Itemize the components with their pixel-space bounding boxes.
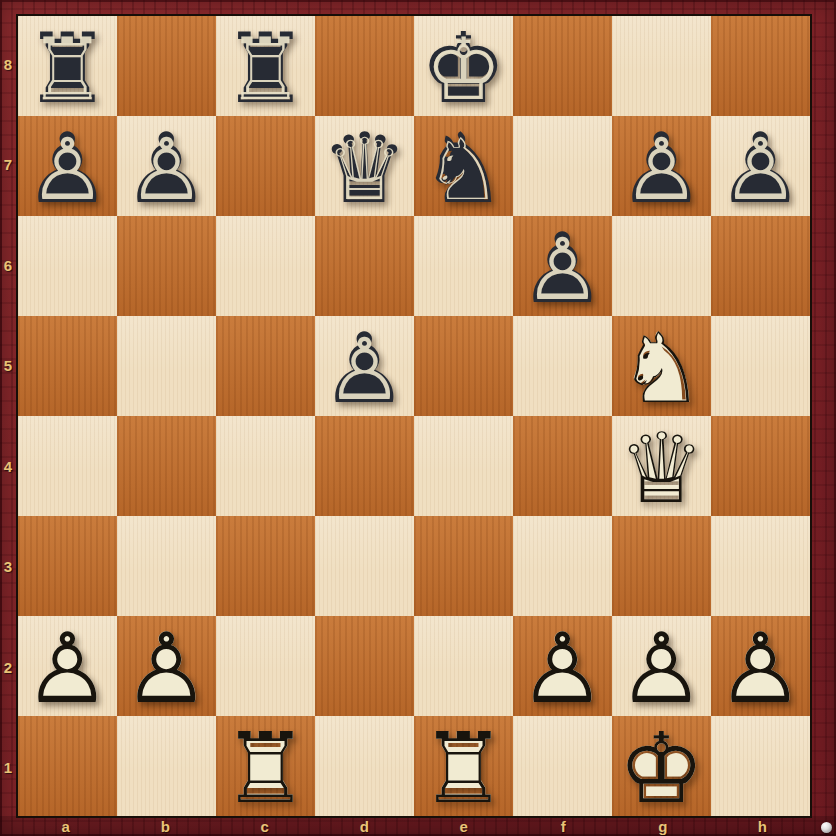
square-h8[interactable] <box>711 16 810 116</box>
chess-board-frame: 87654321 ♜♖♜♖♚♔♟♙♟♙♛♕♞♘♟♙♟♙♟♙♟♙♞♘♛♕♟♙♟♙♟… <box>0 0 836 836</box>
white-pawn[interactable]: ♟♙ <box>18 616 117 716</box>
black-knight[interactable]: ♞♘ <box>414 116 513 216</box>
square-e8[interactable]: ♚♔ <box>414 16 513 116</box>
square-f1[interactable] <box>513 716 612 816</box>
square-g7[interactable]: ♟♙ <box>612 116 711 216</box>
square-c7[interactable] <box>216 116 315 216</box>
square-e2[interactable] <box>414 616 513 716</box>
black-pawn[interactable]: ♟♙ <box>513 216 612 316</box>
square-b7[interactable]: ♟♙ <box>117 116 216 216</box>
file-label-c: c <box>215 816 315 836</box>
square-c1[interactable]: ♜♖ <box>216 716 315 816</box>
white-rook[interactable]: ♜♖ <box>216 716 315 816</box>
square-e3[interactable] <box>414 516 513 616</box>
square-g8[interactable] <box>612 16 711 116</box>
square-b6[interactable] <box>117 216 216 316</box>
black-pawn[interactable]: ♟♙ <box>612 116 711 216</box>
rank-label-7: 7 <box>0 115 16 216</box>
black-pawn[interactable]: ♟♙ <box>117 116 216 216</box>
square-a3[interactable] <box>18 516 117 616</box>
square-e5[interactable] <box>414 316 513 416</box>
rank-label-8: 8 <box>0 14 16 115</box>
square-c6[interactable] <box>216 216 315 316</box>
square-a4[interactable] <box>18 416 117 516</box>
white-king[interactable]: ♚♔ <box>612 716 711 816</box>
square-g1[interactable]: ♚♔ <box>612 716 711 816</box>
black-rook[interactable]: ♜♖ <box>216 16 315 116</box>
square-g4[interactable]: ♛♕ <box>612 416 711 516</box>
white-rook[interactable]: ♜♖ <box>414 716 513 816</box>
square-h3[interactable] <box>711 516 810 616</box>
square-d6[interactable] <box>315 216 414 316</box>
file-labels: abcdefgh <box>16 816 812 836</box>
black-king[interactable]: ♚♔ <box>414 16 513 116</box>
black-pawn[interactable]: ♟♙ <box>315 316 414 416</box>
file-label-e: e <box>414 816 514 836</box>
square-b3[interactable] <box>117 516 216 616</box>
square-h5[interactable] <box>711 316 810 416</box>
white-pawn[interactable]: ♟♙ <box>117 616 216 716</box>
black-rook[interactable]: ♜♖ <box>18 16 117 116</box>
square-a6[interactable] <box>18 216 117 316</box>
square-f5[interactable] <box>513 316 612 416</box>
rank-labels: 87654321 <box>0 14 16 818</box>
black-pawn[interactable]: ♟♙ <box>18 116 117 216</box>
rank-label-5: 5 <box>0 316 16 417</box>
square-a8[interactable]: ♜♖ <box>18 16 117 116</box>
square-b4[interactable] <box>117 416 216 516</box>
square-h6[interactable] <box>711 216 810 316</box>
rank-label-4: 4 <box>0 416 16 517</box>
white-pawn[interactable]: ♟♙ <box>711 616 810 716</box>
square-b8[interactable] <box>117 16 216 116</box>
rank-label-2: 2 <box>0 617 16 718</box>
square-c5[interactable] <box>216 316 315 416</box>
square-f4[interactable] <box>513 416 612 516</box>
file-label-a: a <box>16 816 116 836</box>
square-c8[interactable]: ♜♖ <box>216 16 315 116</box>
square-b5[interactable] <box>117 316 216 416</box>
file-label-f: f <box>514 816 614 836</box>
white-queen[interactable]: ♛♕ <box>612 416 711 516</box>
white-pawn[interactable]: ♟♙ <box>612 616 711 716</box>
square-a1[interactable] <box>18 716 117 816</box>
square-h4[interactable] <box>711 416 810 516</box>
square-b2[interactable]: ♟♙ <box>117 616 216 716</box>
file-label-h: h <box>713 816 813 836</box>
square-g3[interactable] <box>612 516 711 616</box>
square-d8[interactable] <box>315 16 414 116</box>
rank-label-6: 6 <box>0 215 16 316</box>
square-d5[interactable]: ♟♙ <box>315 316 414 416</box>
square-a2[interactable]: ♟♙ <box>18 616 117 716</box>
square-f7[interactable] <box>513 116 612 216</box>
square-d2[interactable] <box>315 616 414 716</box>
rank-label-1: 1 <box>0 718 16 819</box>
white-pawn[interactable]: ♟♙ <box>513 616 612 716</box>
square-e7[interactable]: ♞♘ <box>414 116 513 216</box>
square-d1[interactable] <box>315 716 414 816</box>
square-d4[interactable] <box>315 416 414 516</box>
square-h7[interactable]: ♟♙ <box>711 116 810 216</box>
square-f2[interactable]: ♟♙ <box>513 616 612 716</box>
square-g5[interactable]: ♞♘ <box>612 316 711 416</box>
square-f8[interactable] <box>513 16 612 116</box>
square-e4[interactable] <box>414 416 513 516</box>
square-f3[interactable] <box>513 516 612 616</box>
square-b1[interactable] <box>117 716 216 816</box>
file-label-b: b <box>116 816 216 836</box>
square-g2[interactable]: ♟♙ <box>612 616 711 716</box>
square-g6[interactable] <box>612 216 711 316</box>
square-h1[interactable] <box>711 716 810 816</box>
square-c3[interactable] <box>216 516 315 616</box>
white-to-move-indicator <box>821 822 832 833</box>
square-h2[interactable]: ♟♙ <box>711 616 810 716</box>
square-a7[interactable]: ♟♙ <box>18 116 117 216</box>
file-label-d: d <box>315 816 415 836</box>
square-c4[interactable] <box>216 416 315 516</box>
square-e1[interactable]: ♜♖ <box>414 716 513 816</box>
black-queen[interactable]: ♛♕ <box>315 116 414 216</box>
square-d3[interactable] <box>315 516 414 616</box>
chess-board: ♜♖♜♖♚♔♟♙♟♙♛♕♞♘♟♙♟♙♟♙♟♙♞♘♛♕♟♙♟♙♟♙♟♙♟♙♜♖♜♖… <box>16 14 812 818</box>
file-label-g: g <box>613 816 713 836</box>
square-f6[interactable]: ♟♙ <box>513 216 612 316</box>
square-e6[interactable] <box>414 216 513 316</box>
square-a5[interactable] <box>18 316 117 416</box>
rank-label-3: 3 <box>0 517 16 618</box>
white-knight[interactable]: ♞♘ <box>612 316 711 416</box>
black-pawn[interactable]: ♟♙ <box>711 116 810 216</box>
square-c2[interactable] <box>216 616 315 716</box>
square-d7[interactable]: ♛♕ <box>315 116 414 216</box>
